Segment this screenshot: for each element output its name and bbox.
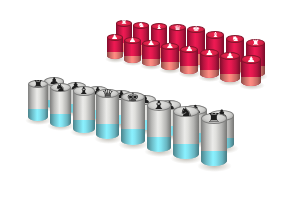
piece-base-band (161, 62, 179, 70)
piece-red-pawn-d7: ♟ (161, 46, 179, 70)
piece-body (147, 105, 172, 152)
piece-top: ♟ (107, 34, 123, 41)
piece-top: ♟ (241, 55, 261, 63)
piece-base-band (73, 120, 95, 133)
piece-body (173, 112, 199, 159)
piece-top: ♚ (121, 92, 145, 102)
bishop-symbol-icon: ♝ (152, 100, 166, 111)
bishop-symbol-icon: ♝ (211, 32, 219, 39)
piece-base-band (107, 52, 123, 59)
piece-base-band (28, 109, 48, 121)
bishop-symbol-icon: ♝ (78, 86, 90, 96)
piece-body (121, 97, 145, 146)
piece-base-band (173, 144, 199, 159)
chess-set-photo: ♜♞♝♛♚♝♞♜♟♟♟♟♟♟♟♟♟♟♟♟♟♟♟♟♜♞♝♛♚♝♞♜ (0, 0, 285, 205)
knight-symbol-icon: ♞ (138, 22, 145, 28)
rook-symbol-icon: ♜ (120, 20, 127, 26)
knight-symbol-icon: ♞ (231, 35, 239, 42)
piece-top: ♟ (124, 37, 141, 44)
piece-top: ♟ (161, 43, 179, 50)
piece-red-pawn-f7: ♟ (200, 53, 219, 78)
piece-base-band (50, 114, 71, 127)
rook-symbol-icon: ♜ (251, 39, 259, 46)
pawn-symbol-icon: ♟ (129, 37, 136, 43)
piece-base-band (200, 70, 219, 78)
knight-symbol-icon: ♞ (179, 106, 193, 118)
piece-base-band (220, 74, 239, 82)
piece-top: ♞ (133, 22, 149, 29)
piece-body (50, 87, 71, 126)
piece-base-band (124, 56, 141, 63)
piece-red-pawn-h7: ♟ (241, 59, 261, 86)
piece-silver-queen-d1: ♛ (96, 93, 119, 139)
piece-top: ♝ (73, 86, 95, 95)
piece-body (73, 91, 95, 133)
piece-silver-king-e1: ♚ (121, 97, 145, 146)
rook-symbol-icon: ♜ (32, 79, 43, 89)
pawn-symbol-icon: ♟ (205, 49, 213, 56)
piece-base-band (201, 151, 228, 166)
piece-body (180, 49, 198, 73)
piece-top: ♞ (173, 106, 199, 117)
piece-top: ♛ (96, 89, 119, 99)
piece-base-band (96, 124, 119, 139)
piece-silver-bishop-c1: ♝ (73, 91, 95, 133)
piece-body (28, 84, 48, 121)
piece-body (96, 93, 119, 139)
piece-body (201, 118, 228, 166)
pawn-symbol-icon: ♟ (185, 46, 193, 53)
bishop-symbol-icon: ♝ (155, 24, 162, 30)
pawn-symbol-icon: ♟ (147, 40, 155, 46)
piece-base-band (241, 77, 261, 86)
pawn-symbol-icon: ♟ (247, 56, 256, 63)
king-symbol-icon: ♚ (192, 26, 200, 33)
piece-red-pawn-b7: ♟ (124, 40, 141, 63)
piece-top: ♝ (147, 100, 172, 110)
queen-symbol-icon: ♛ (102, 88, 115, 99)
rook-symbol-icon: ♜ (206, 112, 221, 124)
piece-red-pawn-c7: ♟ (142, 43, 159, 66)
piece-red-pawn-a7: ♟ (107, 37, 123, 59)
pieces-layer: ♜♞♝♛♚♝♞♜♟♟♟♟♟♟♟♟♟♟♟♟♟♟♟♟♜♞♝♛♚♝♞♜ (0, 0, 285, 205)
piece-base-band (180, 66, 198, 74)
queen-symbol-icon: ♛ (174, 25, 182, 31)
piece-top: ♟ (220, 52, 239, 60)
piece-top: ♜ (201, 113, 228, 124)
piece-silver-knight-g1: ♞ (173, 112, 199, 159)
pawn-symbol-icon: ♟ (226, 52, 235, 59)
piece-top: ♞ (50, 83, 71, 92)
pawn-symbol-icon: ♟ (111, 34, 118, 40)
piece-silver-rook-a1: ♜ (28, 84, 48, 121)
piece-silver-knight-b1: ♞ (50, 87, 71, 126)
piece-top: ♜ (116, 20, 132, 27)
piece-top: ♝ (206, 31, 224, 39)
piece-red-pawn-g7: ♟ (220, 56, 239, 82)
piece-base-band (147, 137, 172, 152)
piece-top: ♟ (142, 40, 159, 47)
piece-silver-bishop-f1: ♝ (147, 105, 172, 152)
king-symbol-icon: ♚ (126, 91, 139, 102)
piece-base-band (121, 129, 145, 145)
piece-red-pawn-e7: ♟ (180, 49, 198, 73)
piece-top: ♜ (246, 39, 265, 47)
pawn-symbol-icon: ♟ (166, 43, 174, 50)
knight-symbol-icon: ♞ (55, 83, 67, 93)
piece-top: ♞ (226, 35, 244, 43)
piece-top: ♟ (200, 49, 219, 57)
piece-silver-rook-h1: ♜ (201, 118, 228, 166)
